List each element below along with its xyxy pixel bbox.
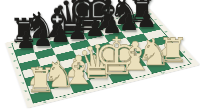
piece-white-rook-h1: ♜ xyxy=(158,32,188,66)
chess-set-photo: aabbccddeeffgghh1122334455667788 ♜♞♝♛♚♝♞… xyxy=(0,0,200,109)
pieces-layer: ♜♞♝♛♚♝♞♜♟♟♟♟♟♟♟♟♟♟♟♟♟♟♟♟♜♞♝♛♚♝♞♜ xyxy=(0,0,200,109)
